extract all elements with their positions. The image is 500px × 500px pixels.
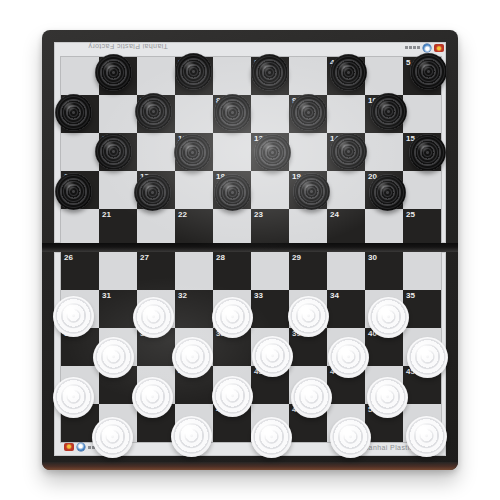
- light-square[interactable]: [175, 95, 213, 133]
- square-number: 2: [178, 58, 182, 68]
- square-number: 13: [254, 134, 263, 144]
- logo-group-bottom: [64, 443, 103, 451]
- square-number: 50: [368, 405, 377, 415]
- square-11[interactable]: 11: [99, 133, 137, 171]
- light-square[interactable]: [137, 366, 175, 404]
- square-number: 34: [330, 291, 339, 301]
- light-square[interactable]: [327, 171, 365, 209]
- square-number: 15: [406, 134, 415, 144]
- light-square[interactable]: [403, 95, 441, 133]
- square-number: 47: [140, 405, 149, 415]
- square-17[interactable]: 17: [137, 171, 175, 209]
- square-16[interactable]: 16: [61, 171, 99, 209]
- light-square[interactable]: [403, 328, 441, 366]
- manufacturer-text-top: Tianhai Plastic Factory: [88, 43, 168, 50]
- square-29[interactable]: 29: [289, 252, 327, 290]
- square-3[interactable]: 3: [251, 57, 289, 95]
- square-7[interactable]: 7: [137, 95, 175, 133]
- square-30[interactable]: 30: [365, 252, 403, 290]
- board-top-half: 1234567891011121314151617181920212223242…: [61, 57, 441, 247]
- square-34[interactable]: 34: [327, 290, 365, 328]
- light-square[interactable]: [289, 133, 327, 171]
- light-square[interactable]: [289, 290, 327, 328]
- light-square[interactable]: [251, 404, 289, 442]
- light-square[interactable]: [99, 252, 137, 290]
- square-number: 45: [406, 367, 415, 377]
- square-number: 11: [102, 134, 110, 144]
- square-14[interactable]: 14: [327, 133, 365, 171]
- square-9[interactable]: 9: [289, 95, 327, 133]
- square-number: 31: [102, 291, 111, 301]
- square-number: 49: [292, 405, 301, 415]
- light-square[interactable]: [213, 366, 251, 404]
- product-photo-stage: 1234567891011121314151617181920212223242…: [0, 0, 500, 500]
- square-number: 29: [292, 253, 301, 263]
- square-number: 37: [140, 329, 149, 339]
- light-square[interactable]: [175, 252, 213, 290]
- square-23[interactable]: 23: [251, 209, 289, 247]
- square-2[interactable]: 2: [175, 57, 213, 95]
- square-number: 17: [140, 172, 149, 182]
- square-number: 48: [216, 405, 225, 415]
- square-18[interactable]: 18: [213, 171, 251, 209]
- square-45[interactable]: 45: [403, 366, 441, 404]
- light-square[interactable]: [137, 133, 175, 171]
- square-20[interactable]: 20: [365, 171, 403, 209]
- square-number: 39: [292, 329, 301, 339]
- light-square[interactable]: [403, 171, 441, 209]
- square-number: 42: [178, 367, 187, 377]
- square-28[interactable]: 28: [213, 252, 251, 290]
- square-32[interactable]: 32: [175, 290, 213, 328]
- square-number: 30: [368, 253, 377, 263]
- square-number: 26: [64, 253, 73, 263]
- blue-globe-logo-icon: [423, 44, 431, 52]
- square-number: 38: [216, 329, 225, 339]
- light-square[interactable]: [365, 133, 403, 171]
- square-50[interactable]: 50: [365, 404, 403, 442]
- square-41[interactable]: 41: [99, 366, 137, 404]
- light-square[interactable]: [251, 171, 289, 209]
- square-number: 8: [216, 96, 220, 106]
- square-number: 16: [64, 172, 73, 182]
- light-square[interactable]: [99, 328, 137, 366]
- square-number: 1: [102, 58, 106, 68]
- light-square[interactable]: [175, 404, 213, 442]
- red-emblem-logo-icon: [64, 443, 74, 451]
- square-31[interactable]: 31: [99, 290, 137, 328]
- square-35[interactable]: 35: [403, 290, 441, 328]
- light-square[interactable]: [61, 57, 99, 95]
- square-1[interactable]: 1: [99, 57, 137, 95]
- square-46[interactable]: 46: [61, 404, 99, 442]
- square-number: 20: [368, 172, 377, 182]
- square-10[interactable]: 10: [365, 95, 403, 133]
- manufacturer-text-bottom: Tianhai Plastic Factory: [362, 444, 442, 451]
- light-square[interactable]: [213, 290, 251, 328]
- square-24[interactable]: 24: [327, 209, 365, 247]
- light-square[interactable]: [61, 366, 99, 404]
- light-square[interactable]: [327, 95, 365, 133]
- light-square[interactable]: [251, 95, 289, 133]
- square-number: 35: [406, 291, 415, 301]
- light-square[interactable]: [213, 133, 251, 171]
- light-square[interactable]: [175, 171, 213, 209]
- square-number: 43: [254, 367, 263, 377]
- square-number: 9: [292, 96, 296, 106]
- light-square[interactable]: [327, 404, 365, 442]
- cjk-fineprint-icon: [405, 47, 420, 50]
- square-number: 44: [330, 367, 339, 377]
- square-number: 23: [254, 210, 263, 220]
- square-number: 14: [330, 134, 339, 144]
- light-square[interactable]: [61, 290, 99, 328]
- light-square[interactable]: [327, 328, 365, 366]
- light-square[interactable]: [327, 252, 365, 290]
- light-square[interactable]: [289, 57, 327, 95]
- square-number: 18: [216, 172, 225, 182]
- square-27[interactable]: 27: [137, 252, 175, 290]
- light-square[interactable]: [213, 209, 251, 247]
- square-8[interactable]: 8: [213, 95, 251, 133]
- light-square[interactable]: [365, 290, 403, 328]
- square-number: 27: [140, 253, 149, 263]
- square-number: 21: [102, 210, 111, 220]
- light-square[interactable]: [99, 171, 137, 209]
- square-number: 6: [64, 96, 68, 106]
- square-4[interactable]: 4: [327, 57, 365, 95]
- square-number: 41: [102, 367, 111, 377]
- square-6[interactable]: 6: [61, 95, 99, 133]
- light-square[interactable]: [175, 328, 213, 366]
- square-43[interactable]: 43: [251, 366, 289, 404]
- square-number: 33: [254, 291, 263, 301]
- logo-group-top: [405, 44, 444, 52]
- light-square[interactable]: [61, 209, 99, 247]
- square-5[interactable]: 5: [403, 57, 441, 95]
- square-number: 32: [178, 291, 187, 301]
- square-44[interactable]: 44: [327, 366, 365, 404]
- square-48[interactable]: 48: [213, 404, 251, 442]
- square-12[interactable]: 12: [175, 133, 213, 171]
- square-number: 24: [330, 210, 339, 220]
- light-square[interactable]: [99, 404, 137, 442]
- square-36[interactable]: 36: [61, 328, 99, 366]
- light-square[interactable]: [365, 57, 403, 95]
- square-49[interactable]: 49: [289, 404, 327, 442]
- light-square[interactable]: [289, 209, 327, 247]
- blue-globe-logo-icon: [77, 443, 85, 451]
- square-number: 12: [178, 134, 187, 144]
- light-square[interactable]: [137, 57, 175, 95]
- square-13[interactable]: 13: [251, 133, 289, 171]
- red-emblem-logo-icon: [434, 44, 444, 52]
- square-39[interactable]: 39: [289, 328, 327, 366]
- board-bottom-half: 2627282930313233343536373839404142434445…: [61, 252, 441, 442]
- square-number: 22: [178, 210, 187, 220]
- square-37[interactable]: 37: [137, 328, 175, 366]
- light-square[interactable]: [365, 209, 403, 247]
- square-42[interactable]: 42: [175, 366, 213, 404]
- square-number: 36: [64, 329, 73, 339]
- square-number: 28: [216, 253, 225, 263]
- square-40[interactable]: 40: [365, 328, 403, 366]
- square-number: 25: [406, 210, 415, 220]
- square-number: 19: [292, 172, 301, 182]
- square-number: 5: [406, 58, 410, 68]
- light-square[interactable]: [213, 57, 251, 95]
- square-number: 7: [140, 96, 144, 106]
- square-number: 3: [254, 58, 258, 68]
- square-21[interactable]: 21: [99, 209, 137, 247]
- square-number: 40: [368, 329, 377, 339]
- frame-bottom-edge: [42, 462, 458, 470]
- square-22[interactable]: 22: [175, 209, 213, 247]
- square-19[interactable]: 19: [289, 171, 327, 209]
- light-square[interactable]: [289, 366, 327, 404]
- light-square[interactable]: [251, 252, 289, 290]
- light-square[interactable]: [99, 95, 137, 133]
- square-number: 46: [64, 405, 73, 415]
- light-square[interactable]: [403, 252, 441, 290]
- light-square[interactable]: [137, 290, 175, 328]
- light-square[interactable]: [403, 404, 441, 442]
- light-square[interactable]: [365, 366, 403, 404]
- square-15[interactable]: 15: [403, 133, 441, 171]
- light-square[interactable]: [137, 209, 175, 247]
- square-25[interactable]: 25: [403, 209, 441, 247]
- square-47[interactable]: 47: [137, 404, 175, 442]
- light-square[interactable]: [61, 133, 99, 171]
- square-number: 4: [330, 58, 334, 68]
- square-number: 10: [368, 96, 377, 106]
- fold-seam: [42, 243, 458, 252]
- square-38[interactable]: 38: [213, 328, 251, 366]
- cjk-fineprint-icon: [88, 446, 103, 449]
- square-33[interactable]: 33: [251, 290, 289, 328]
- light-square[interactable]: [251, 328, 289, 366]
- square-26[interactable]: 26: [61, 252, 99, 290]
